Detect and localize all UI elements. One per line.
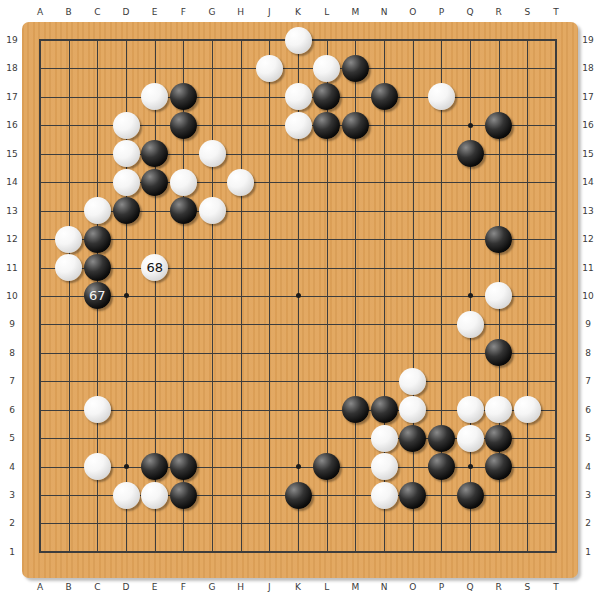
stone-black-M6 [342,396,369,423]
stone-white-L18 [313,55,340,82]
stone-black-C11 [84,254,111,281]
stone-black-L16 [313,112,340,139]
row-label-right-7: 7 [585,376,591,386]
row-label-right-18: 18 [582,63,593,73]
col-label-top-L: L [324,7,329,17]
stone-black-F16 [170,112,197,139]
stone-black-F3 [170,482,197,509]
move-68-stone-white-E11: 68 [141,254,168,281]
col-label-top-K: K [295,7,301,17]
col-label-top-E: E [152,7,158,17]
star-point-K4 [296,464,301,469]
row-label-right-14: 14 [582,177,593,187]
stone-black-C12 [84,226,111,253]
row-label-left-4: 4 [9,462,15,472]
col-label-top-S: S [525,7,531,17]
col-label-bottom-L: L [324,582,329,592]
stone-black-N6 [371,396,398,423]
col-label-bottom-S: S [525,582,531,592]
row-label-right-16: 16 [582,120,593,130]
col-label-top-R: R [496,7,502,17]
row-label-right-5: 5 [585,433,591,443]
page: { "game": "go", "board": { "size": 19, "… [0,0,600,600]
stone-white-N3 [371,482,398,509]
col-label-bottom-P: P [439,582,444,592]
col-label-top-A: A [37,7,43,17]
col-label-bottom-N: N [381,582,388,592]
star-point-Q4 [468,464,473,469]
row-label-left-18: 18 [6,63,17,73]
col-label-bottom-O: O [409,582,416,592]
stone-white-E3 [141,482,168,509]
col-label-bottom-R: R [496,582,502,592]
row-label-right-6: 6 [585,405,591,415]
stone-white-J18 [256,55,283,82]
row-label-left-3: 3 [9,490,15,500]
row-label-left-1: 1 [9,547,15,557]
stone-white-C4 [84,453,111,480]
col-label-bottom-T: T [553,582,559,592]
stone-black-P4 [428,453,455,480]
col-label-bottom-J: J [268,582,271,592]
stone-black-Q15 [457,140,484,167]
row-label-right-1: 1 [585,547,591,557]
stone-black-M18 [342,55,369,82]
row-label-right-12: 12 [582,234,593,244]
col-label-bottom-A: A [37,582,43,592]
col-label-top-P: P [439,7,444,17]
stone-white-B12 [55,226,82,253]
row-label-right-9: 9 [585,319,591,329]
row-label-left-15: 15 [6,149,17,159]
star-point-D4 [124,464,129,469]
row-label-left-7: 7 [9,376,15,386]
row-label-left-6: 6 [9,405,15,415]
row-label-right-10: 10 [582,291,593,301]
stone-white-N5 [371,425,398,452]
col-label-top-T: T [553,7,559,17]
row-label-right-3: 3 [585,490,591,500]
stone-white-O7 [399,368,426,395]
stone-white-C6 [84,396,111,423]
stone-white-C13 [84,197,111,224]
col-label-top-D: D [123,7,130,17]
stone-black-P5 [428,425,455,452]
stone-white-H14 [227,169,254,196]
row-label-left-10: 10 [6,291,17,301]
row-label-left-2: 2 [9,518,15,528]
stone-white-G13 [199,197,226,224]
stone-white-G15 [199,140,226,167]
row-label-right-4: 4 [585,462,591,472]
row-label-right-11: 11 [582,263,593,273]
stone-black-O5 [399,425,426,452]
col-label-top-J: J [268,7,271,17]
row-label-left-19: 19 [6,35,17,45]
stone-white-Q6 [457,396,484,423]
col-label-bottom-E: E [152,582,158,592]
row-label-left-13: 13 [6,206,17,216]
col-label-bottom-D: D [123,582,130,592]
stone-white-Q5 [457,425,484,452]
stone-black-Q3 [457,482,484,509]
stone-black-R5 [485,425,512,452]
go-board[interactable]: 6867 [22,22,578,578]
stone-black-E14 [141,169,168,196]
stone-white-S6 [514,396,541,423]
row-label-right-2: 2 [585,518,591,528]
col-label-bottom-B: B [66,582,72,592]
row-label-left-17: 17 [6,92,17,102]
stone-black-M16 [342,112,369,139]
star-point-Q16 [468,123,473,128]
stone-white-K16 [285,112,312,139]
col-label-bottom-M: M [351,582,359,592]
col-label-bottom-H: H [237,582,244,592]
row-label-left-16: 16 [6,120,17,130]
stone-black-D13 [113,197,140,224]
row-label-left-5: 5 [9,433,15,443]
stone-white-B11 [55,254,82,281]
stone-black-R12 [485,226,512,253]
stone-black-N17 [371,83,398,110]
col-label-top-B: B [66,7,72,17]
col-label-top-G: G [209,7,216,17]
stone-black-K3 [285,482,312,509]
row-label-left-11: 11 [6,263,17,273]
stone-white-D15 [113,140,140,167]
col-label-bottom-Q: Q [467,582,474,592]
col-label-top-C: C [94,7,100,17]
row-label-left-12: 12 [6,234,17,244]
stone-white-D3 [113,482,140,509]
stone-white-K17 [285,83,312,110]
stone-black-F13 [170,197,197,224]
col-label-bottom-F: F [181,582,186,592]
col-label-top-Q: Q [467,7,474,17]
col-label-top-N: N [381,7,388,17]
col-label-top-F: F [181,7,186,17]
row-label-left-9: 9 [9,319,15,329]
col-label-bottom-G: G [209,582,216,592]
row-label-right-15: 15 [582,149,593,159]
row-label-left-14: 14 [6,177,17,187]
stone-white-F14 [170,169,197,196]
stone-white-K19 [285,27,312,54]
row-label-right-8: 8 [585,348,591,358]
col-label-bottom-C: C [94,582,100,592]
stone-black-O3 [399,482,426,509]
row-label-left-8: 8 [9,348,15,358]
stone-black-F4 [170,453,197,480]
row-label-right-17: 17 [582,92,593,102]
col-label-top-M: M [351,7,359,17]
stone-white-N4 [371,453,398,480]
stone-black-R16 [485,112,512,139]
col-label-bottom-K: K [295,582,301,592]
stone-white-D16 [113,112,140,139]
row-label-right-13: 13 [582,206,593,216]
row-label-right-19: 19 [582,35,593,45]
col-label-top-H: H [237,7,244,17]
stone-white-D14 [113,169,140,196]
stone-white-Q9 [457,311,484,338]
col-label-top-O: O [409,7,416,17]
